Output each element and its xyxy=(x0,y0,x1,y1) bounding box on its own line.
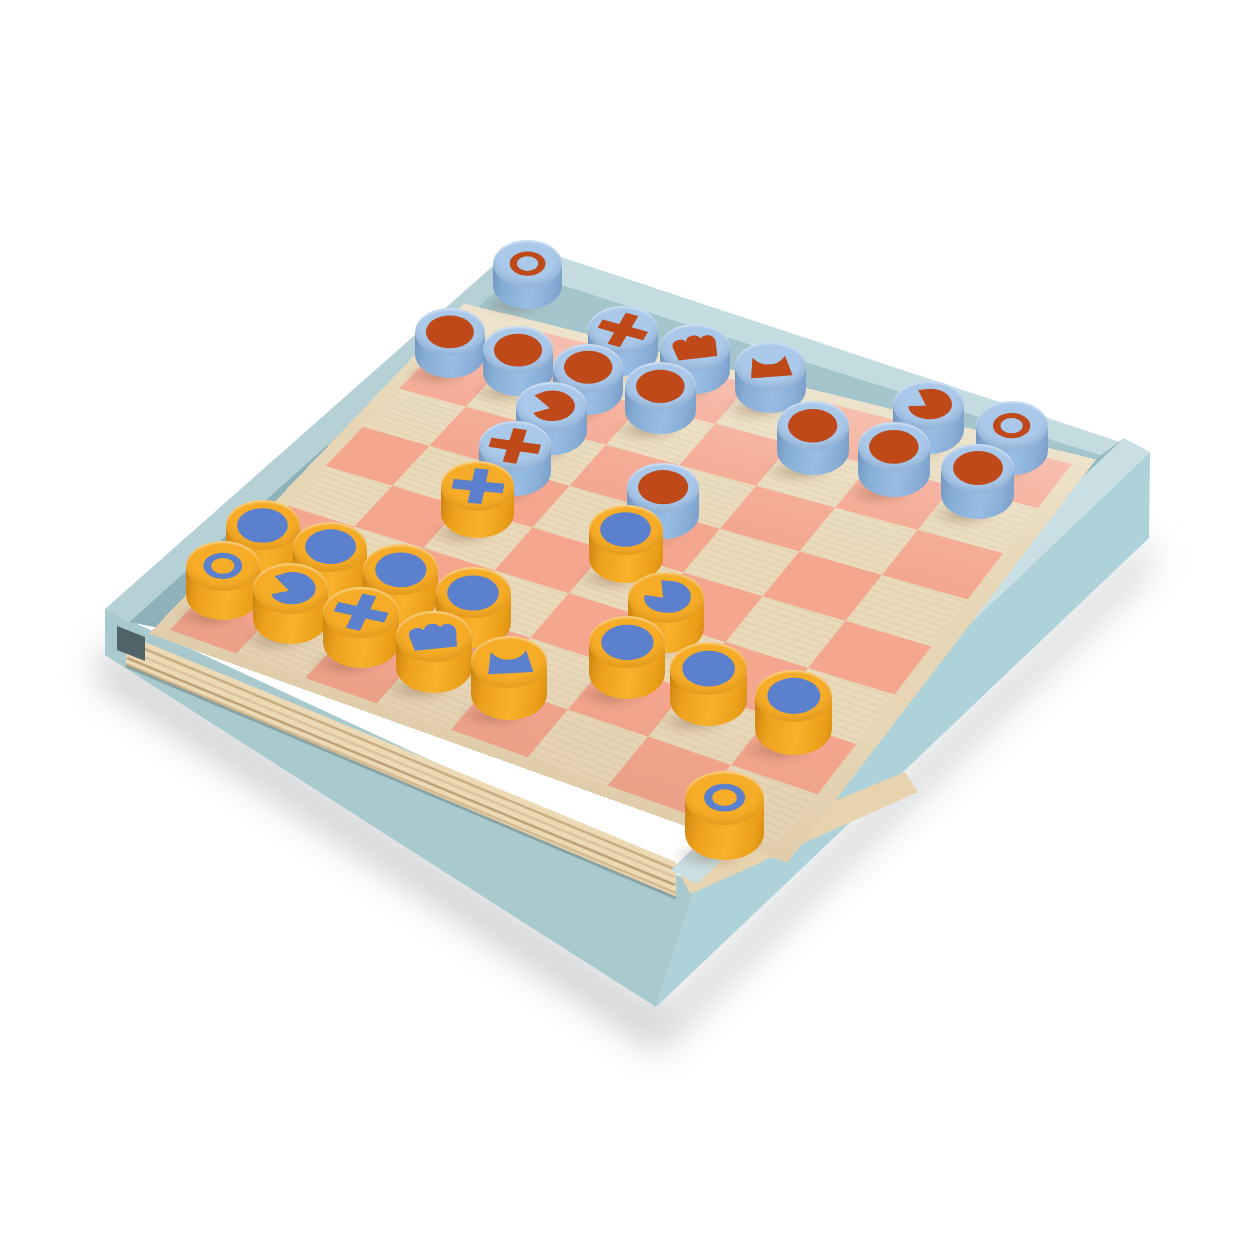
product-photo-scene xyxy=(0,0,1252,1252)
